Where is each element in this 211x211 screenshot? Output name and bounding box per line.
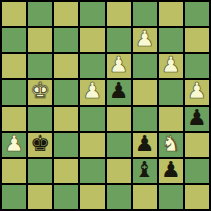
square-d2[interactable]	[80, 159, 104, 183]
square-h7[interactable]	[185, 28, 209, 52]
square-d1[interactable]	[80, 185, 104, 209]
square-g6[interactable]: ♟	[159, 54, 183, 78]
square-e7[interactable]	[107, 28, 131, 52]
white-pawn: ♟	[4, 133, 24, 155]
square-c3[interactable]	[54, 133, 78, 157]
square-b2[interactable]	[28, 159, 52, 183]
black-pawn: ♟	[135, 133, 155, 155]
white-pawn: ♟	[83, 80, 103, 102]
square-h1[interactable]	[185, 185, 209, 209]
square-e2[interactable]	[107, 159, 131, 183]
square-g4[interactable]	[159, 107, 183, 131]
square-a2[interactable]	[2, 159, 26, 183]
square-f3[interactable]: ♟	[133, 133, 157, 157]
chess-board: ♟♟♟♚♟♟♟♟♟♚♟♞♝♟	[0, 0, 211, 211]
square-g2[interactable]: ♟	[159, 159, 183, 183]
square-e6[interactable]: ♟	[107, 54, 131, 78]
square-c4[interactable]	[54, 107, 78, 131]
square-a5[interactable]	[2, 80, 26, 104]
square-e3[interactable]	[107, 133, 131, 157]
square-a1[interactable]	[2, 185, 26, 209]
square-c5[interactable]	[54, 80, 78, 104]
square-h8[interactable]	[185, 2, 209, 26]
square-c2[interactable]	[54, 159, 78, 183]
white-pawn: ♟	[161, 54, 181, 76]
black-pawn: ♟	[187, 107, 207, 129]
square-g3[interactable]: ♞	[159, 133, 183, 157]
square-g8[interactable]	[159, 2, 183, 26]
white-pawn: ♟	[109, 54, 129, 76]
square-e4[interactable]	[107, 107, 131, 131]
square-f2[interactable]: ♝	[133, 159, 157, 183]
square-f7[interactable]: ♟	[133, 28, 157, 52]
black-king: ♚	[30, 133, 50, 155]
square-f4[interactable]	[133, 107, 157, 131]
white-king: ♚	[30, 80, 50, 102]
square-b6[interactable]	[28, 54, 52, 78]
square-f8[interactable]	[133, 2, 157, 26]
square-d6[interactable]	[80, 54, 104, 78]
square-h2[interactable]	[185, 159, 209, 183]
square-a6[interactable]	[2, 54, 26, 78]
square-f1[interactable]	[133, 185, 157, 209]
square-d4[interactable]	[80, 107, 104, 131]
square-e1[interactable]	[107, 185, 131, 209]
square-d8[interactable]	[80, 2, 104, 26]
square-e8[interactable]	[107, 2, 131, 26]
square-g7[interactable]	[159, 28, 183, 52]
white-pawn: ♟	[135, 28, 155, 50]
square-e5[interactable]: ♟	[107, 80, 131, 104]
square-c7[interactable]	[54, 28, 78, 52]
square-b5[interactable]: ♚	[28, 80, 52, 104]
square-f6[interactable]	[133, 54, 157, 78]
white-pawn: ♟	[187, 80, 207, 102]
square-b4[interactable]	[28, 107, 52, 131]
square-c6[interactable]	[54, 54, 78, 78]
square-c8[interactable]	[54, 2, 78, 26]
square-d7[interactable]	[80, 28, 104, 52]
black-pawn: ♟	[161, 159, 181, 181]
square-g1[interactable]	[159, 185, 183, 209]
square-h3[interactable]	[185, 133, 209, 157]
square-h5[interactable]: ♟	[185, 80, 209, 104]
white-knight: ♞	[161, 133, 181, 155]
square-a4[interactable]	[2, 107, 26, 131]
square-d3[interactable]	[80, 133, 104, 157]
square-a3[interactable]: ♟	[2, 133, 26, 157]
square-b7[interactable]	[28, 28, 52, 52]
square-g5[interactable]	[159, 80, 183, 104]
square-c1[interactable]	[54, 185, 78, 209]
square-f5[interactable]	[133, 80, 157, 104]
square-a7[interactable]	[2, 28, 26, 52]
square-d5[interactable]: ♟	[80, 80, 104, 104]
square-b1[interactable]	[28, 185, 52, 209]
black-bishop: ♝	[135, 159, 155, 181]
black-pawn: ♟	[109, 80, 129, 102]
square-b8[interactable]	[28, 2, 52, 26]
square-b3[interactable]: ♚	[28, 133, 52, 157]
square-h6[interactable]	[185, 54, 209, 78]
square-h4[interactable]: ♟	[185, 107, 209, 131]
square-a8[interactable]	[2, 2, 26, 26]
